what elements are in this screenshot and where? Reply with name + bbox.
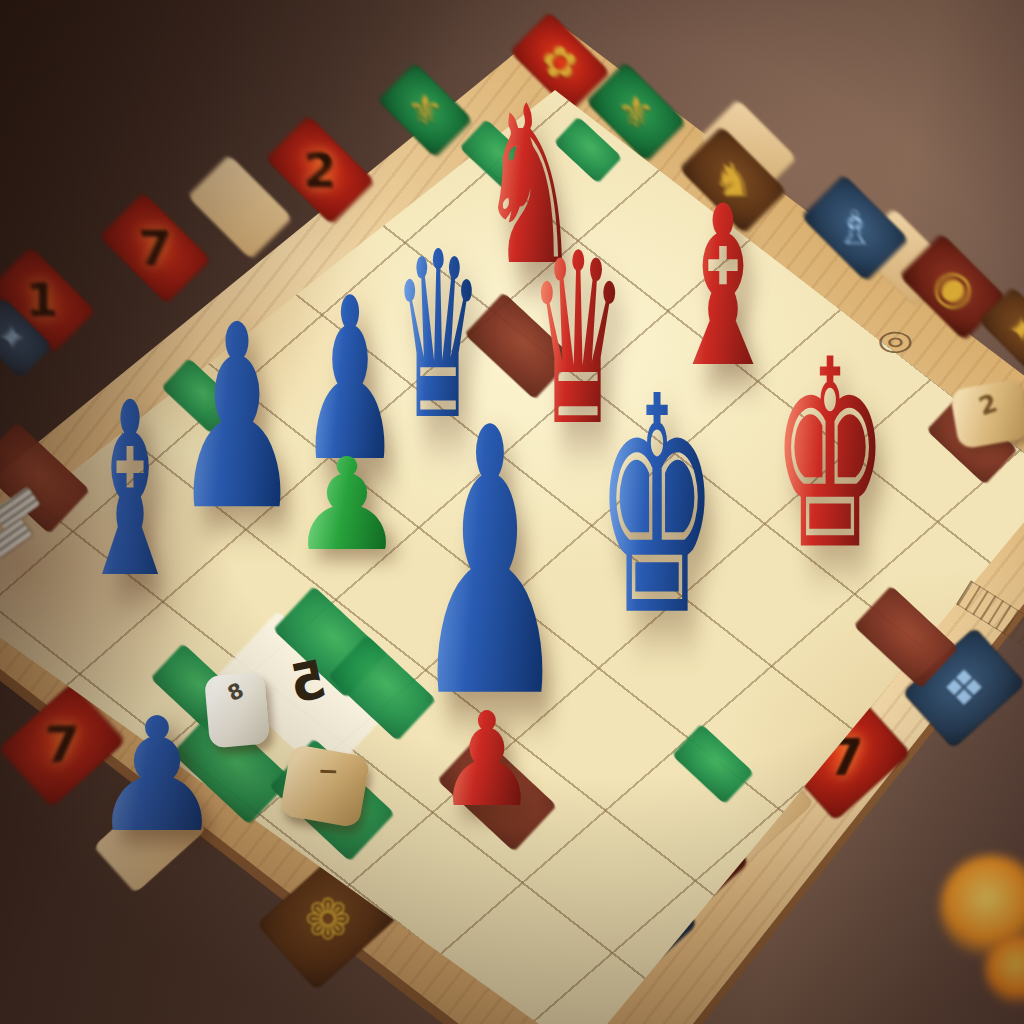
- tile-figure: ♗: [809, 182, 901, 274]
- tan-die-right[interactable]: 2: [949, 378, 1024, 450]
- blue-pawn-small[interactable]: ♟: [90, 696, 224, 854]
- board-game-scene: 1 7 2 ⚜ ✿ ⚜ ♞ ♗ ◉ ✦ ❖ 7 ♥ ♥ ❁ 7 ✦ 5 ◎ 8 …: [0, 0, 1024, 1024]
- tan-die[interactable]: −: [279, 744, 370, 829]
- tan-die-face-mark: −: [317, 758, 339, 784]
- blue-pawn-b[interactable]: ♟: [172, 291, 302, 545]
- border-tile-blue-figure: ♗: [801, 174, 909, 282]
- blue-king[interactable]: ♚: [596, 358, 718, 657]
- white-die-face-mark: 8: [224, 680, 246, 705]
- border-tile-red-2: 2: [265, 115, 375, 225]
- border-tile-blue-emblem: ✦: [0, 297, 53, 379]
- tile-emblem: ✦: [985, 293, 1024, 367]
- tan-die-right-face-mark: 2: [976, 390, 1000, 419]
- red-king[interactable]: ♚: [772, 325, 889, 585]
- tile-numeral: 2: [273, 123, 367, 217]
- red-pawn-small[interactable]: ♟: [436, 696, 537, 826]
- border-tile-green-ornament: ⚜: [377, 62, 473, 158]
- tile-emblem: ✦: [0, 303, 47, 373]
- green-pawn-token[interactable]: ♟: [289, 441, 406, 568]
- tile-ornament: ⚜: [384, 69, 466, 151]
- border-tile-corner: ✦: [979, 287, 1024, 374]
- blue-bishop[interactable]: ♝: [76, 372, 184, 612]
